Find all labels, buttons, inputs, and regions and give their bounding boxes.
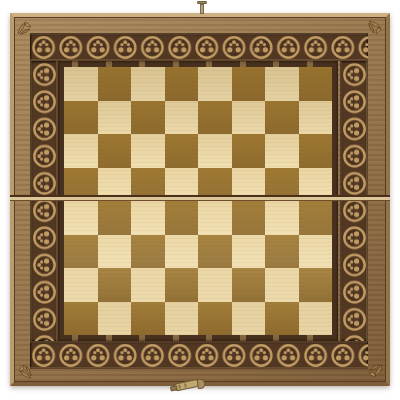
square-a6 — [64, 134, 98, 168]
square-g7 — [265, 101, 299, 135]
square-h8 — [299, 67, 333, 101]
square-c7 — [131, 101, 165, 135]
square-f1 — [232, 302, 266, 336]
square-f4 — [232, 201, 266, 235]
square-g4 — [265, 201, 299, 235]
product-photo — [0, 0, 400, 400]
corner-leaf-icon — [16, 19, 33, 36]
square-c8 — [131, 67, 165, 101]
corner-leaf-icon — [367, 363, 384, 380]
square-c6 — [131, 134, 165, 168]
square-g8 — [265, 67, 299, 101]
square-h2 — [299, 268, 333, 302]
corner-leaf-icon — [367, 19, 384, 36]
square-g2 — [265, 268, 299, 302]
square-c1 — [131, 302, 165, 336]
hinge-pin-icon — [197, 1, 207, 14]
square-f3 — [232, 235, 266, 269]
square-h1 — [299, 302, 333, 336]
square-b3 — [98, 235, 132, 269]
square-f2 — [232, 268, 266, 302]
clasp-icon — [170, 374, 214, 394]
square-d6 — [165, 134, 199, 168]
fold-seam — [10, 195, 390, 201]
square-f8 — [232, 67, 266, 101]
square-a2 — [64, 268, 98, 302]
carved-border-right — [340, 61, 368, 341]
square-d2 — [165, 268, 199, 302]
square-c4 — [131, 201, 165, 235]
square-e8 — [198, 67, 232, 101]
square-c3 — [131, 235, 165, 269]
square-h7 — [299, 101, 333, 135]
square-g6 — [265, 134, 299, 168]
square-a4 — [64, 201, 98, 235]
square-c2 — [131, 268, 165, 302]
square-d7 — [165, 101, 199, 135]
square-g3 — [265, 235, 299, 269]
square-a1 — [64, 302, 98, 336]
square-b6 — [98, 134, 132, 168]
corner-leaf-icon — [16, 363, 33, 380]
square-h4 — [299, 201, 333, 235]
chess-board — [64, 67, 332, 335]
carved-border-left — [30, 61, 58, 341]
square-h6 — [299, 134, 333, 168]
square-d1 — [165, 302, 199, 336]
square-d8 — [165, 67, 199, 101]
square-h3 — [299, 235, 333, 269]
square-a7 — [64, 101, 98, 135]
square-d4 — [165, 201, 199, 235]
square-e4 — [198, 201, 232, 235]
square-e2 — [198, 268, 232, 302]
square-a3 — [64, 235, 98, 269]
square-b4 — [98, 201, 132, 235]
square-e3 — [198, 235, 232, 269]
square-e6 — [198, 134, 232, 168]
square-f7 — [232, 101, 266, 135]
square-d3 — [165, 235, 199, 269]
carved-border-top — [30, 33, 368, 61]
square-a8 — [64, 67, 98, 101]
square-e7 — [198, 101, 232, 135]
square-e1 — [198, 302, 232, 336]
square-b1 — [98, 302, 132, 336]
chess-box — [10, 13, 390, 386]
square-b8 — [98, 67, 132, 101]
square-b7 — [98, 101, 132, 135]
square-f6 — [232, 134, 266, 168]
square-g1 — [265, 302, 299, 336]
hinge-pin-stem — [200, 4, 204, 14]
carved-border-bottom — [30, 341, 368, 369]
square-b2 — [98, 268, 132, 302]
